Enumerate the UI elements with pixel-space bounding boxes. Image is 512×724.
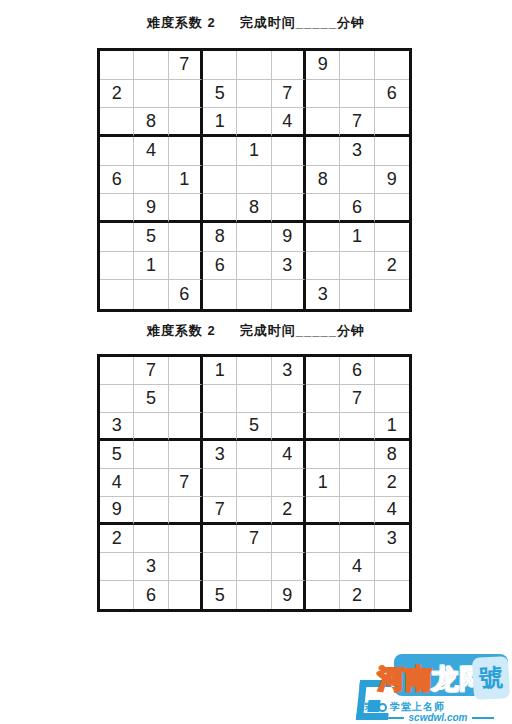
sudoku2-cell-r6c9: 4 [375,497,409,525]
sudoku2-cell-r5c8 [340,469,374,497]
sudoku1-cell-r5c3: 1 [169,166,203,195]
sudoku1-cell-r7c6: 9 [272,223,306,252]
sudoku2-cell-r5c7: 1 [306,469,340,497]
sudoku2-cell-r7c7 [306,525,340,553]
sudoku2-cell-r9c1 [100,581,134,609]
sudoku1-cell-r8c2: 1 [134,252,168,281]
sudoku1-cell-r3c5 [237,108,271,137]
sudoku1-cell-r9c9 [375,280,409,309]
watermark-rule-right [472,717,494,719]
sudoku1-cell-r9c7: 3 [306,280,340,309]
sudoku1-cell-r9c5 [237,280,271,309]
sudoku2-cell-r2c4 [203,385,237,413]
sudoku1-cell-r8c5 [237,252,271,281]
sudoku2-cell-r6c2 [134,497,168,525]
sudoku1-cell-r2c3 [169,80,203,109]
sudoku2-cell-r4c9: 8 [375,441,409,469]
sudoku2-cell-r1c2: 7 [134,357,168,385]
sudoku1-cell-r5c7: 8 [306,166,340,195]
sudoku1-cell-r4c4 [203,137,237,166]
sudoku2-cell-r1c7 [306,357,340,385]
sudoku-worksheet: 难度系数 2完成时间_____分钟 7925768147413618998658… [0,0,512,724]
sudoku2-cell-r7c8 [340,525,374,553]
sudoku2-cell-r6c6: 2 [272,497,306,525]
sudoku2-cell-r3c3 [169,413,203,441]
sudoku2-cell-r4c6: 4 [272,441,306,469]
sudoku1-cell-r2c6: 7 [272,80,306,109]
site-watermark: 河南龙网 號 宗 学堂上名师 scwdwl.com [356,654,512,724]
sudoku2-cell-r9c9 [375,581,409,609]
sudoku2-cell-r9c8: 2 [340,581,374,609]
sudoku1-cell-r8c6: 3 [272,252,306,281]
sudoku1-cell-r5c1: 6 [100,166,134,195]
sudoku2-cell-r1c1 [100,357,134,385]
sudoku2-cell-r3c6 [272,413,306,441]
sudoku2-cell-r7c3 [169,525,203,553]
puzzle-1-difficulty-label: 难度系数 2 [147,15,216,30]
sudoku1-cell-r3c6: 4 [272,108,306,137]
sudoku1-cell-r2c2 [134,80,168,109]
sudoku2-cell-r1c9 [375,357,409,385]
sudoku2-cell-r6c4: 7 [203,497,237,525]
sudoku1-cell-r6c2: 9 [134,194,168,223]
sudoku2-cell-r3c7 [306,413,340,441]
sudoku1-cell-r9c1 [100,280,134,309]
sudoku1-cell-r8c4: 6 [203,252,237,281]
sudoku2-cell-r3c4 [203,413,237,441]
sudoku1-cell-r1c4 [203,51,237,80]
sudoku2-cell-r4c8 [340,441,374,469]
sudoku2-cell-r5c4 [203,469,237,497]
sudoku1-cell-r5c5 [237,166,271,195]
puzzle-2-difficulty-label: 难度系数 2 [147,323,216,338]
sudoku2-cell-r2c3 [169,385,203,413]
sudoku2-cell-r1c3 [169,357,203,385]
sudoku2-cell-r9c2: 6 [134,581,168,609]
sudoku2-cell-r7c5: 7 [237,525,271,553]
sudoku1-cell-r5c8 [340,166,374,195]
sudoku1-cell-r3c7 [306,108,340,137]
sudoku2-cell-r8c6 [272,553,306,581]
sudoku1-cell-r4c9 [375,137,409,166]
sudoku2-cell-r9c3 [169,581,203,609]
sudoku1-cell-r9c3: 6 [169,280,203,309]
sudoku1-cell-r1c3: 7 [169,51,203,80]
sudoku2-cell-r6c3 [169,497,203,525]
sudoku1-cell-r3c9 [375,108,409,137]
sudoku1-cell-r2c1: 2 [100,80,134,109]
sudoku2-cell-r5c6 [272,469,306,497]
sudoku1-cell-r5c4 [203,166,237,195]
sudoku2-cell-r7c1: 2 [100,525,134,553]
sudoku1-cell-r8c3 [169,252,203,281]
watermark-seal-badge: 號 [472,656,510,700]
sudoku1-cell-r1c8 [340,51,374,80]
sudoku1-cell-r7c4: 8 [203,223,237,252]
sudoku2-cell-r8c1 [100,553,134,581]
sudoku2-cell-r2c1 [100,385,134,413]
sudoku2-cell-r4c1: 5 [100,441,134,469]
sudoku2-cell-r9c5 [237,581,271,609]
sudoku1-cell-r4c2: 4 [134,137,168,166]
sudoku2-cell-r8c8: 4 [340,553,374,581]
sudoku2-cell-r4c4: 3 [203,441,237,469]
sudoku2-cell-r5c3: 7 [169,469,203,497]
sudoku1-cell-r6c4 [203,194,237,223]
sudoku2-cell-r2c8: 7 [340,385,374,413]
sudoku2-cell-r8c3 [169,553,203,581]
sudoku2-cell-r5c1: 4 [100,469,134,497]
sudoku1-cell-r3c4: 1 [203,108,237,137]
sudoku1-cell-r2c7 [306,80,340,109]
sudoku1-cell-r7c5 [237,223,271,252]
sudoku2-cell-r4c7 [306,441,340,469]
sudoku1-cell-r3c1 [100,108,134,137]
sudoku2-cell-r3c8 [340,413,374,441]
sudoku1-cell-r3c3 [169,108,203,137]
sudoku2-cell-r1c5 [237,357,271,385]
sudoku1-cell-r6c9 [375,194,409,223]
sudoku2-cell-r8c4 [203,553,237,581]
sudoku1-cell-r1c9 [375,51,409,80]
sudoku2-cell-r9c4: 5 [203,581,237,609]
sudoku2-cell-r3c2 [134,413,168,441]
puzzle-2-completion-label: 完成时间_____分钟 [240,323,365,338]
sudoku2-cell-r3c5: 5 [237,413,271,441]
sudoku1-cell-r6c1 [100,194,134,223]
sudoku1-cell-r3c8: 7 [340,108,374,137]
puzzle-2-header: 难度系数 2完成时间_____分钟 [0,322,512,340]
sudoku1-cell-r9c8 [340,280,374,309]
sudoku1-cell-r9c2 [134,280,168,309]
sudoku2-cell-r6c8 [340,497,374,525]
sudoku1-cell-r4c7 [306,137,340,166]
sudoku2-cell-r5c2 [134,469,168,497]
sudoku1-cell-r7c1 [100,223,134,252]
sudoku1-cell-r6c5: 8 [237,194,271,223]
sudoku1-cell-r5c6 [272,166,306,195]
sudoku1-cell-r1c2 [134,51,168,80]
sudoku1-cell-r7c7 [306,223,340,252]
sudoku1-cell-r6c6 [272,194,306,223]
sudoku2-cell-r3c9: 1 [375,413,409,441]
sudoku2-cell-r6c1: 9 [100,497,134,525]
sudoku1-cell-r7c9 [375,223,409,252]
sudoku2-cell-r7c9: 3 [375,525,409,553]
sudoku1-cell-r9c6 [272,280,306,309]
sudoku1-cell-r8c1 [100,252,134,281]
sudoku2-cell-r9c7 [306,581,340,609]
sudoku2-cell-r4c2 [134,441,168,469]
sudoku2-cell-r5c5 [237,469,271,497]
sudoku1-cell-r4c6 [272,137,306,166]
watermark-site-name-part1: 河南 [378,664,432,694]
sudoku2-cell-r9c6: 9 [272,581,306,609]
sudoku1-cell-r2c9: 6 [375,80,409,109]
sudoku1-cell-r8c7 [306,252,340,281]
sudoku2-cell-r8c5 [237,553,271,581]
sudoku1-cell-r3c2: 8 [134,108,168,137]
sudoku2-cell-r3c1: 3 [100,413,134,441]
sudoku1-cell-r1c6 [272,51,306,80]
watermark-site-name: 河南龙网 [378,666,486,693]
sudoku1-cell-r7c3 [169,223,203,252]
sudoku2-cell-r1c4: 1 [203,357,237,385]
sudoku2-cell-r8c7 [306,553,340,581]
sudoku1-cell-r1c1 [100,51,134,80]
sudoku1-cell-r6c3 [169,194,203,223]
sudoku1-cell-r4c3 [169,137,203,166]
sudoku2-cell-r2c7 [306,385,340,413]
sudoku1-cell-r4c1 [100,137,134,166]
sudoku1-cell-r8c9: 2 [375,252,409,281]
sudoku2-cell-r4c3 [169,441,203,469]
sudoku2-cell-r7c4 [203,525,237,553]
sudoku2-cell-r6c5 [237,497,271,525]
watermark-domain-text: scwdwl.com [409,712,468,723]
sudoku-grid-1: 792576814741361899865891163263 [97,48,412,312]
sudoku2-cell-r2c5 [237,385,271,413]
sudoku1-cell-r6c7 [306,194,340,223]
sudoku2-cell-r8c2: 3 [134,553,168,581]
sudoku1-cell-r7c2: 5 [134,223,168,252]
puzzle-1-completion-label: 完成时间_____分钟 [240,15,365,30]
sudoku2-cell-r7c2 [134,525,168,553]
sudoku2-cell-r8c9 [375,553,409,581]
sudoku1-cell-r8c8 [340,252,374,281]
sudoku1-cell-r1c7: 9 [306,51,340,80]
sudoku-grid-2: 713657351534847129724273346592 [97,354,412,612]
sudoku1-cell-r5c9: 9 [375,166,409,195]
sudoku1-cell-r6c8: 6 [340,194,374,223]
sudoku1-cell-r7c8: 1 [340,223,374,252]
sudoku1-cell-r5c2 [134,166,168,195]
sudoku2-cell-r7c6 [272,525,306,553]
sudoku1-cell-r4c5: 1 [237,137,271,166]
sudoku2-cell-r2c6 [272,385,306,413]
sudoku2-cell-r2c9 [375,385,409,413]
sudoku2-cell-r5c9: 2 [375,469,409,497]
sudoku1-cell-r4c8: 3 [340,137,374,166]
sudoku1-cell-r9c4 [203,280,237,309]
puzzle-1-header: 难度系数 2完成时间_____分钟 [0,14,512,32]
sudoku2-cell-r4c5 [237,441,271,469]
sudoku1-cell-r2c5 [237,80,271,109]
sudoku1-cell-r2c8 [340,80,374,109]
watermark-circle-icon [378,703,387,712]
watermark-rule-left [382,717,404,719]
sudoku2-cell-r1c8: 6 [340,357,374,385]
watermark-domain: scwdwl.com [370,712,506,723]
sudoku2-cell-r1c6: 3 [272,357,306,385]
sudoku2-cell-r6c7 [306,497,340,525]
sudoku2-cell-r2c2: 5 [134,385,168,413]
sudoku1-cell-r1c5 [237,51,271,80]
sudoku1-cell-r2c4: 5 [203,80,237,109]
